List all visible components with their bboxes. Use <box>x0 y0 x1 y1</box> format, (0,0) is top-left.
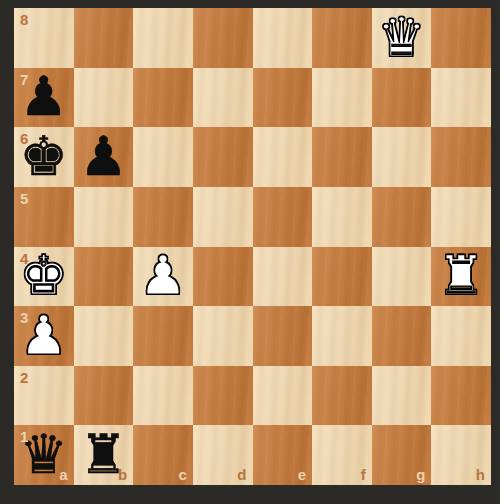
square-d3[interactable] <box>193 306 253 366</box>
square-c4[interactable]: ♟ <box>133 247 193 307</box>
square-e2[interactable] <box>253 366 313 426</box>
rank-label-2: 2 <box>20 369 28 386</box>
square-a7[interactable]: 7♟ <box>14 68 74 128</box>
file-label-g: g <box>416 466 425 483</box>
square-c5[interactable] <box>133 187 193 247</box>
file-label-c: c <box>179 466 187 483</box>
piece-black-pawn-b6[interactable]: ♟ <box>74 127 134 187</box>
square-e4[interactable] <box>253 247 313 307</box>
square-h1[interactable]: h <box>431 425 491 485</box>
square-f4[interactable] <box>312 247 372 307</box>
square-a6[interactable]: 6♚ <box>14 127 74 187</box>
square-c1[interactable]: c <box>133 425 193 485</box>
square-e5[interactable] <box>253 187 313 247</box>
square-c3[interactable] <box>133 306 193 366</box>
rank-label-8: 8 <box>20 11 28 28</box>
square-a2[interactable]: 2 <box>14 366 74 426</box>
file-label-f: f <box>361 466 366 483</box>
square-b4[interactable] <box>74 247 134 307</box>
square-g3[interactable] <box>372 306 432 366</box>
square-a5[interactable]: 5 <box>14 187 74 247</box>
square-g4[interactable] <box>372 247 432 307</box>
square-d1[interactable]: d <box>193 425 253 485</box>
rank-label-5: 5 <box>20 190 28 207</box>
square-f5[interactable] <box>312 187 372 247</box>
square-h5[interactable] <box>431 187 491 247</box>
square-g7[interactable] <box>372 68 432 128</box>
square-f1[interactable]: f <box>312 425 372 485</box>
square-d7[interactable] <box>193 68 253 128</box>
square-g2[interactable] <box>372 366 432 426</box>
square-b6[interactable]: ♟ <box>74 127 134 187</box>
square-h3[interactable] <box>431 306 491 366</box>
square-d8[interactable] <box>193 8 253 68</box>
square-c7[interactable] <box>133 68 193 128</box>
square-e6[interactable] <box>253 127 313 187</box>
board-frame: 8♛7♟6♚♟54♚♟♜3♟21a♛b♜cdefgh <box>0 0 500 504</box>
rank-label-6: 6 <box>20 130 28 147</box>
rank-label-3: 3 <box>20 309 28 326</box>
rank-label-4: 4 <box>20 250 28 267</box>
square-c6[interactable] <box>133 127 193 187</box>
square-f6[interactable] <box>312 127 372 187</box>
file-label-d: d <box>237 466 246 483</box>
square-b3[interactable] <box>74 306 134 366</box>
square-c8[interactable] <box>133 8 193 68</box>
rank-label-7: 7 <box>20 71 28 88</box>
file-label-b: b <box>118 466 127 483</box>
piece-white-queen-g8[interactable]: ♛ <box>372 8 432 68</box>
square-f7[interactable] <box>312 68 372 128</box>
file-label-e: e <box>298 466 306 483</box>
square-f8[interactable] <box>312 8 372 68</box>
square-f2[interactable] <box>312 366 372 426</box>
square-g1[interactable]: g <box>372 425 432 485</box>
square-h4[interactable]: ♜ <box>431 247 491 307</box>
square-e1[interactable]: e <box>253 425 313 485</box>
square-b1[interactable]: b♜ <box>74 425 134 485</box>
square-a3[interactable]: 3♟ <box>14 306 74 366</box>
square-h6[interactable] <box>431 127 491 187</box>
square-g5[interactable] <box>372 187 432 247</box>
square-f3[interactable] <box>312 306 372 366</box>
piece-white-rook-h4[interactable]: ♜ <box>431 247 491 307</box>
square-c2[interactable] <box>133 366 193 426</box>
chess-board: 8♛7♟6♚♟54♚♟♜3♟21a♛b♜cdefgh <box>14 8 491 485</box>
square-a4[interactable]: 4♚ <box>14 247 74 307</box>
square-a1[interactable]: 1a♛ <box>14 425 74 485</box>
square-d5[interactable] <box>193 187 253 247</box>
rank-label-1: 1 <box>20 428 28 445</box>
square-a8[interactable]: 8 <box>14 8 74 68</box>
file-label-h: h <box>476 466 485 483</box>
square-e3[interactable] <box>253 306 313 366</box>
square-h7[interactable] <box>431 68 491 128</box>
file-label-a: a <box>59 466 67 483</box>
square-e8[interactable] <box>253 8 313 68</box>
square-h8[interactable] <box>431 8 491 68</box>
square-b7[interactable] <box>74 68 134 128</box>
square-h2[interactable] <box>431 366 491 426</box>
square-b5[interactable] <box>74 187 134 247</box>
square-g8[interactable]: ♛ <box>372 8 432 68</box>
square-e7[interactable] <box>253 68 313 128</box>
square-g6[interactable] <box>372 127 432 187</box>
square-d2[interactable] <box>193 366 253 426</box>
piece-white-pawn-c4[interactable]: ♟ <box>133 247 193 307</box>
square-b2[interactable] <box>74 366 134 426</box>
square-d6[interactable] <box>193 127 253 187</box>
square-d4[interactable] <box>193 247 253 307</box>
square-b8[interactable] <box>74 8 134 68</box>
